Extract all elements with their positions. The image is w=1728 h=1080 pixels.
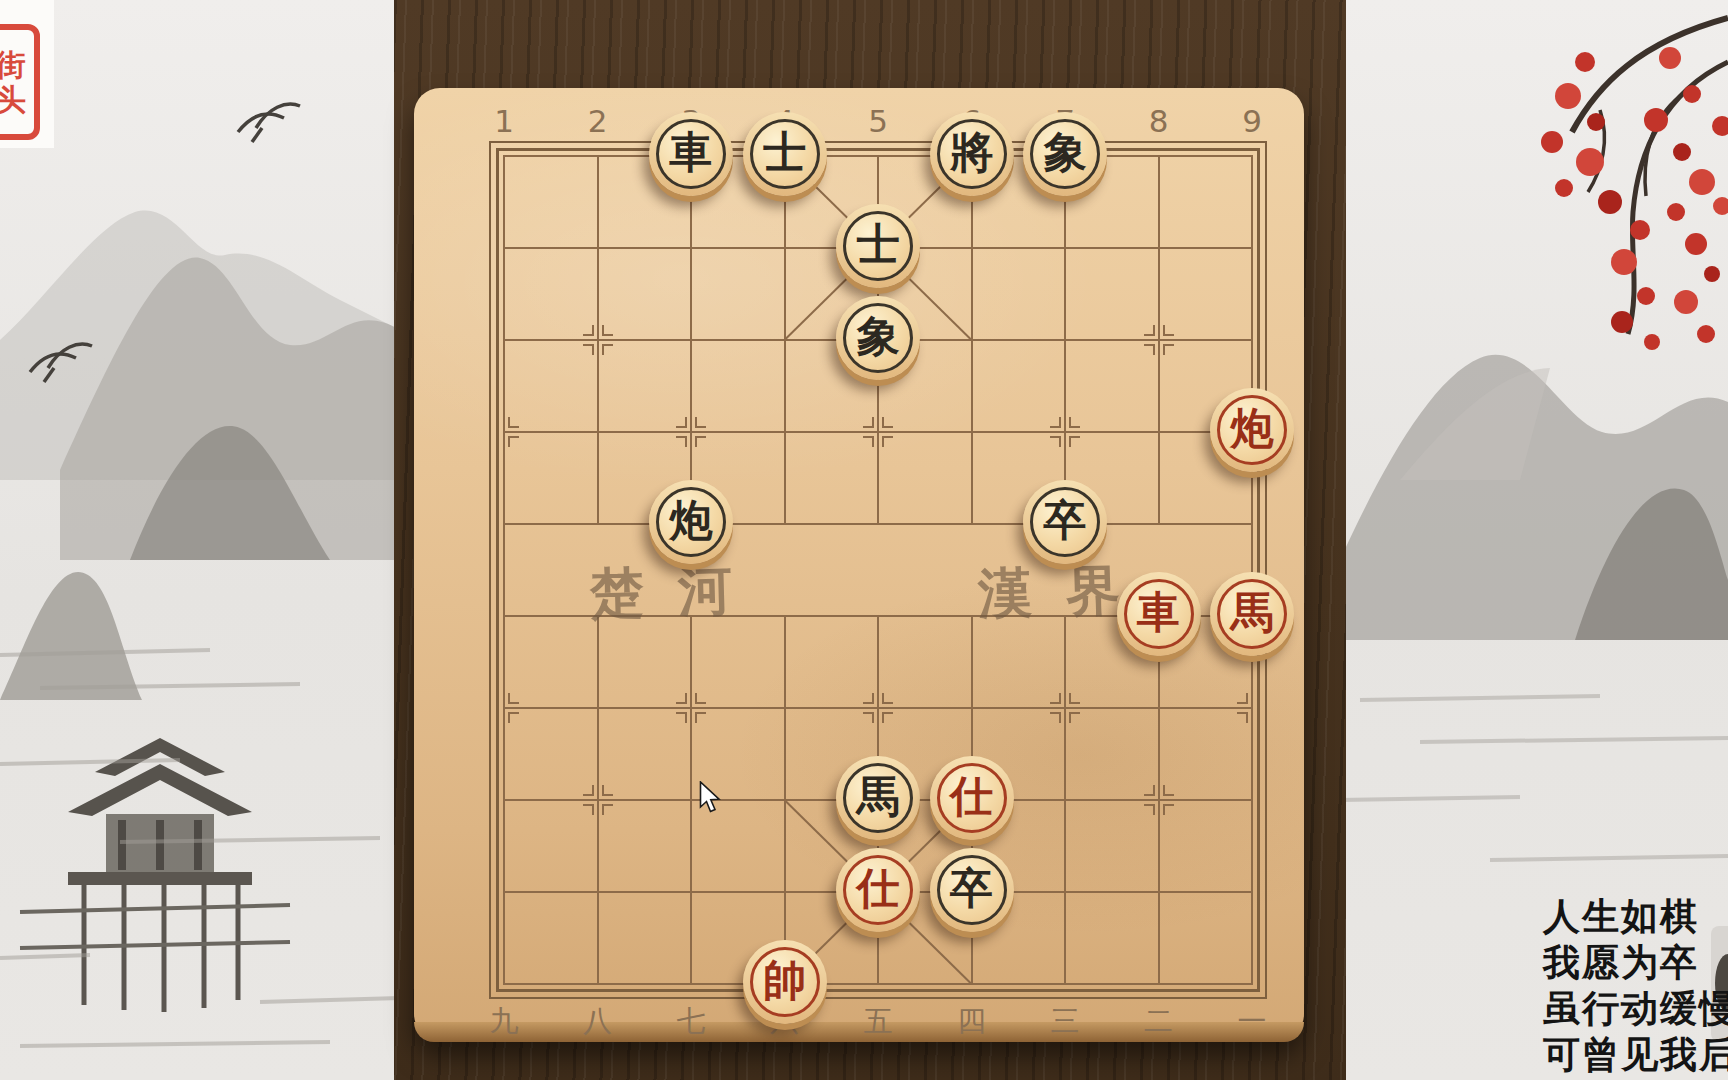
file-label-top: 9	[1222, 103, 1282, 139]
star-point-marker	[583, 785, 613, 815]
piece-glyph: 將	[950, 124, 993, 182]
red-horse[interactable]: 馬	[1210, 572, 1294, 656]
file-label-bottom: 一	[1222, 1002, 1282, 1042]
piece-face: 馬	[1217, 579, 1287, 649]
piece-face: 炮	[1217, 395, 1287, 465]
red-cannon[interactable]: 炮	[1210, 388, 1294, 472]
piece-face: 象	[843, 303, 913, 373]
caption-line: 可曾见我后退	[1543, 1032, 1728, 1078]
black-general[interactable]: 將	[930, 112, 1014, 196]
piece-face: 士	[843, 211, 913, 281]
piece-glyph: 卒	[950, 860, 993, 918]
file-label-bottom: 八	[568, 1002, 628, 1042]
star-point-marker	[863, 693, 893, 723]
black-advisor[interactable]: 士	[836, 204, 920, 288]
star-point-marker	[1050, 417, 1080, 447]
red-chariot[interactable]: 車	[1117, 572, 1201, 656]
file-label-bottom: 九	[474, 1002, 534, 1042]
piece-face: 馬	[843, 763, 913, 833]
file-label-bottom: 三	[1035, 1002, 1095, 1042]
piece-face: 卒	[937, 855, 1007, 925]
caption-line: 我愿为卒	[1543, 940, 1728, 986]
red-general[interactable]: 帥	[743, 940, 827, 1024]
piece-glyph: 象	[857, 308, 900, 366]
piece-face: 炮	[656, 487, 726, 557]
piece-face: 車	[1124, 579, 1194, 649]
piece-glyph: 車	[670, 124, 713, 182]
file-label-top: 5	[848, 103, 908, 139]
red-advisor[interactable]: 仕	[836, 848, 920, 932]
piece-face: 士	[750, 119, 820, 189]
red-advisor[interactable]: 仕	[930, 756, 1014, 840]
black-cannon[interactable]: 炮	[649, 480, 733, 564]
black-chariot[interactable]: 車	[649, 112, 733, 196]
file-label-top: 1	[474, 103, 534, 139]
star-point-marker	[676, 693, 706, 723]
star-point-marker	[1050, 693, 1080, 723]
piece-glyph: 馬	[1231, 584, 1274, 642]
star-point-marker	[676, 417, 706, 447]
caption-poem: 人生如棋我愿为卒虽行动缓慢可曾见我后退	[1543, 894, 1728, 1078]
piece-glyph: 卒	[1044, 492, 1087, 550]
piece-glyph: 仕	[950, 768, 993, 826]
file-label-bottom: 四	[942, 1002, 1002, 1042]
piece-face: 車	[656, 119, 726, 189]
piece-face: 帥	[750, 947, 820, 1017]
piece-glyph: 炮	[670, 492, 713, 550]
black-horse[interactable]: 馬	[836, 756, 920, 840]
river-label-left: 楚河	[589, 554, 767, 632]
piece-face: 將	[937, 119, 1007, 189]
file-label-bottom: 五	[848, 1002, 908, 1042]
star-point-marker	[489, 693, 519, 723]
file-label-bottom: 二	[1129, 1002, 1189, 1042]
piece-glyph: 炮	[1231, 400, 1274, 458]
piece-face: 仕	[843, 855, 913, 925]
piece-glyph: 馬	[857, 768, 900, 826]
black-soldier[interactable]: 卒	[930, 848, 1014, 932]
caption-line: 虽行动缓慢	[1543, 986, 1728, 1032]
piece-glyph: 士	[763, 124, 806, 182]
app-screen: 街头	[0, 0, 1728, 1080]
mouse-cursor	[699, 781, 725, 817]
star-point-marker	[1237, 693, 1267, 723]
piece-glyph: 車	[1137, 584, 1180, 642]
piece-glyph: 仕	[857, 860, 900, 918]
piece-face: 象	[1030, 119, 1100, 189]
star-point-marker	[583, 325, 613, 355]
star-point-marker	[863, 417, 893, 447]
star-point-marker	[1144, 325, 1174, 355]
file-label-top: 2	[568, 103, 628, 139]
black-advisor[interactable]: 士	[743, 112, 827, 196]
piece-glyph: 士	[857, 216, 900, 274]
star-point-marker	[489, 417, 519, 447]
caption-line: 人生如棋	[1543, 894, 1728, 940]
star-point-marker	[1144, 785, 1174, 815]
piece-glyph: 帥	[763, 952, 806, 1010]
file-label-top: 8	[1129, 103, 1189, 139]
black-soldier[interactable]: 卒	[1023, 480, 1107, 564]
piece-glyph: 象	[1044, 124, 1087, 182]
xiangqi-board[interactable]: 楚河 漢界 123456789九八七六五四三二一車士將象士象炮炮卒車馬馬仕仕卒帥	[0, 0, 1728, 1080]
piece-face: 卒	[1030, 487, 1100, 557]
piece-face: 仕	[937, 763, 1007, 833]
file-label-bottom: 七	[661, 1002, 721, 1042]
black-elephant[interactable]: 象	[1023, 112, 1107, 196]
black-elephant[interactable]: 象	[836, 296, 920, 380]
